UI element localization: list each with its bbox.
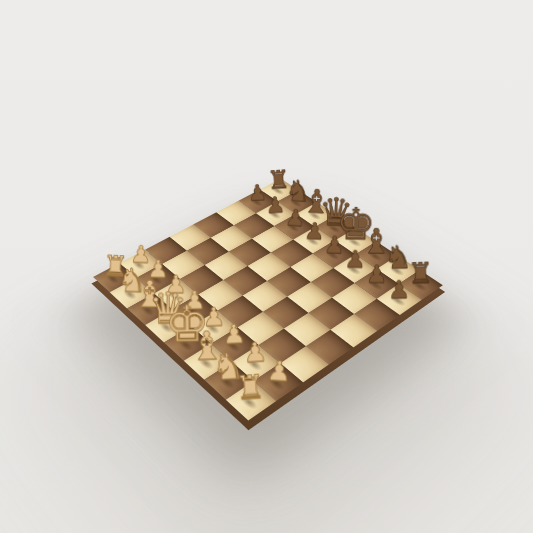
piece-glyph: ♟ [243, 338, 269, 366]
piece-glyph: ♟ [344, 247, 366, 271]
piece-glyph: ♟ [304, 219, 326, 243]
piece-glyph: ♟ [324, 233, 346, 257]
piece-glyph: ♟ [285, 206, 307, 230]
piece-glyph: ♟ [266, 357, 292, 386]
board-scene: ♜♞♝♛♚♝♞♜♟♟♟♟♟♟♟♟♟♟♟♟♟♟♟♟♜♞♝♛♚♝♞♜ [0, 0, 533, 533]
piece-glyph: ♟ [265, 193, 286, 216]
piece-glyph: ♟ [388, 277, 410, 302]
piece-glyph: ♟ [366, 262, 388, 286]
piece-glyph: ♜ [235, 370, 266, 404]
board-tilt-wrapper: ♜♞♝♛♚♝♞♜♟♟♟♟♟♟♟♟♟♟♟♟♟♟♟♟♜♞♝♛♚♝♞♜ [93, 179, 443, 421]
product-photo-background: ♜♞♝♛♚♝♞♜♟♟♟♟♟♟♟♟♟♟♟♟♟♟♟♟♜♞♝♛♚♝♞♜ [0, 0, 533, 533]
piece-glyph: ♜ [407, 259, 433, 288]
chess-board: ♜♞♝♛♚♝♞♜♟♟♟♟♟♟♟♟♟♟♟♟♟♟♟♟♜♞♝♛♚♝♞♜ [93, 179, 443, 421]
